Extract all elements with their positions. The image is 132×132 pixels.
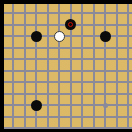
grid-line-horizontal (4, 58, 132, 60)
black-stone[interactable] (65, 19, 76, 30)
grid-line-horizontal (4, 116, 132, 118)
star-point (103, 103, 108, 108)
grid-line-horizontal (4, 93, 132, 95)
black-stone[interactable] (31, 31, 42, 42)
grid-line-horizontal (4, 70, 132, 72)
grid-line-horizontal (4, 104, 132, 106)
black-stone[interactable] (100, 31, 111, 42)
grid-line-vertical (127, 4, 129, 129)
black-stone[interactable] (31, 100, 42, 111)
grid-line-vertical (58, 4, 60, 129)
white-stone[interactable] (54, 31, 65, 42)
grid-line-vertical (81, 4, 83, 129)
last-move-circle-marker-icon (68, 22, 73, 27)
grid-line-vertical (104, 4, 106, 129)
grid-line-vertical (116, 4, 118, 129)
grid-line-horizontal (4, 47, 132, 49)
grid-line-horizontal (4, 35, 132, 37)
grid-line-vertical (47, 4, 49, 129)
grid-line-vertical (93, 4, 95, 129)
go-board-screenshot (0, 0, 132, 132)
grid-line-horizontal (4, 81, 132, 83)
grid-line-horizontal (4, 127, 132, 129)
